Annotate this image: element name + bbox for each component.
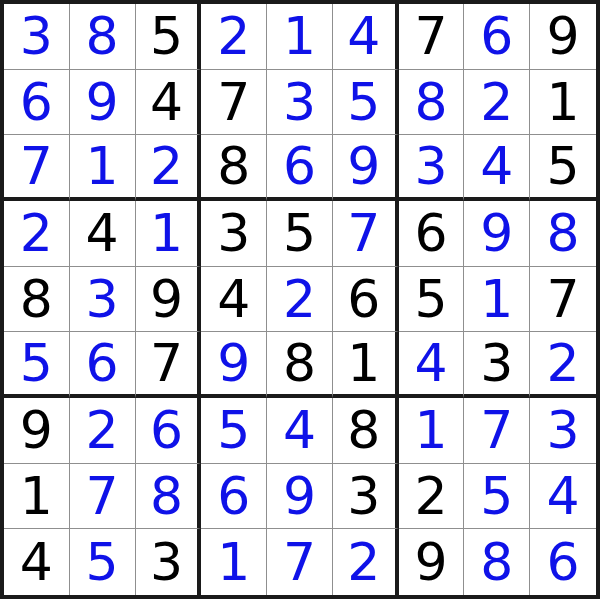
cell-r9c7[interactable]: 9 <box>399 529 465 595</box>
cell-r2c9[interactable]: 1 <box>530 70 596 136</box>
cell-r1c7[interactable]: 7 <box>399 4 465 70</box>
cell-r4c5[interactable]: 5 <box>267 201 333 267</box>
cell-r9c8[interactable]: 8 <box>464 529 530 595</box>
cell-r3c9[interactable]: 5 <box>530 135 596 201</box>
cell-r4c2[interactable]: 4 <box>70 201 136 267</box>
cell-r1c6[interactable]: 4 <box>333 4 399 70</box>
cell-r5c2[interactable]: 3 <box>70 267 136 333</box>
cell-r1c5[interactable]: 1 <box>267 4 333 70</box>
cell-r7c2[interactable]: 2 <box>70 398 136 464</box>
cell-r8c2[interactable]: 7 <box>70 464 136 530</box>
cell-r7c4[interactable]: 5 <box>201 398 267 464</box>
cell-r4c9[interactable]: 8 <box>530 201 596 267</box>
cell-r8c4[interactable]: 6 <box>201 464 267 530</box>
cell-r9c1[interactable]: 4 <box>4 529 70 595</box>
cell-r4c7[interactable]: 6 <box>399 201 465 267</box>
cell-r2c1[interactable]: 6 <box>4 70 70 136</box>
cell-r8c3[interactable]: 8 <box>136 464 202 530</box>
cell-r8c1[interactable]: 1 <box>4 464 70 530</box>
cell-r5c4[interactable]: 4 <box>201 267 267 333</box>
cell-r3c2[interactable]: 1 <box>70 135 136 201</box>
cell-r7c6[interactable]: 8 <box>333 398 399 464</box>
cell-r3c8[interactable]: 4 <box>464 135 530 201</box>
cell-r8c8[interactable]: 5 <box>464 464 530 530</box>
cell-r9c9[interactable]: 6 <box>530 529 596 595</box>
cell-r8c5[interactable]: 9 <box>267 464 333 530</box>
cell-r5c9[interactable]: 7 <box>530 267 596 333</box>
cell-r2c5[interactable]: 3 <box>267 70 333 136</box>
cell-r6c5[interactable]: 8 <box>267 332 333 398</box>
cell-r7c5[interactable]: 4 <box>267 398 333 464</box>
cell-r9c4[interactable]: 1 <box>201 529 267 595</box>
cell-r1c3[interactable]: 5 <box>136 4 202 70</box>
cell-r5c7[interactable]: 5 <box>399 267 465 333</box>
cell-r2c4[interactable]: 7 <box>201 70 267 136</box>
cell-r4c8[interactable]: 9 <box>464 201 530 267</box>
cell-r1c9[interactable]: 9 <box>530 4 596 70</box>
cell-r7c3[interactable]: 6 <box>136 398 202 464</box>
cell-r9c3[interactable]: 3 <box>136 529 202 595</box>
cell-r4c3[interactable]: 1 <box>136 201 202 267</box>
cell-r6c2[interactable]: 6 <box>70 332 136 398</box>
cell-r3c6[interactable]: 9 <box>333 135 399 201</box>
cell-r7c9[interactable]: 3 <box>530 398 596 464</box>
cell-r1c8[interactable]: 6 <box>464 4 530 70</box>
cell-r1c4[interactable]: 2 <box>201 4 267 70</box>
cell-r6c6[interactable]: 1 <box>333 332 399 398</box>
cell-r4c6[interactable]: 7 <box>333 201 399 267</box>
cell-r8c7[interactable]: 2 <box>399 464 465 530</box>
cell-r5c1[interactable]: 8 <box>4 267 70 333</box>
cell-r9c5[interactable]: 7 <box>267 529 333 595</box>
cell-r7c8[interactable]: 7 <box>464 398 530 464</box>
cell-r2c3[interactable]: 4 <box>136 70 202 136</box>
cell-r4c1[interactable]: 2 <box>4 201 70 267</box>
cell-r3c4[interactable]: 8 <box>201 135 267 201</box>
cell-r4c4[interactable]: 3 <box>201 201 267 267</box>
cell-r9c6[interactable]: 2 <box>333 529 399 595</box>
cell-r6c9[interactable]: 2 <box>530 332 596 398</box>
cell-r3c1[interactable]: 7 <box>4 135 70 201</box>
cell-r1c1[interactable]: 3 <box>4 4 70 70</box>
cell-r3c3[interactable]: 2 <box>136 135 202 201</box>
cell-r2c7[interactable]: 8 <box>399 70 465 136</box>
cell-r8c9[interactable]: 4 <box>530 464 596 530</box>
cell-r2c6[interactable]: 5 <box>333 70 399 136</box>
cell-r9c2[interactable]: 5 <box>70 529 136 595</box>
cell-r6c3[interactable]: 7 <box>136 332 202 398</box>
cell-r2c2[interactable]: 9 <box>70 70 136 136</box>
cell-r5c6[interactable]: 6 <box>333 267 399 333</box>
cell-r7c7[interactable]: 1 <box>399 398 465 464</box>
cell-r8c6[interactable]: 3 <box>333 464 399 530</box>
cell-r5c3[interactable]: 9 <box>136 267 202 333</box>
cell-r3c7[interactable]: 3 <box>399 135 465 201</box>
cell-r5c5[interactable]: 2 <box>267 267 333 333</box>
cell-r3c5[interactable]: 6 <box>267 135 333 201</box>
cell-r7c1[interactable]: 9 <box>4 398 70 464</box>
cell-r6c4[interactable]: 9 <box>201 332 267 398</box>
cell-r6c7[interactable]: 4 <box>399 332 465 398</box>
cell-r6c8[interactable]: 3 <box>464 332 530 398</box>
sudoku-board: 3852147696947358217128693452413576988394… <box>0 0 600 599</box>
cell-r5c8[interactable]: 1 <box>464 267 530 333</box>
cell-r2c8[interactable]: 2 <box>464 70 530 136</box>
cell-r6c1[interactable]: 5 <box>4 332 70 398</box>
cell-r1c2[interactable]: 8 <box>70 4 136 70</box>
